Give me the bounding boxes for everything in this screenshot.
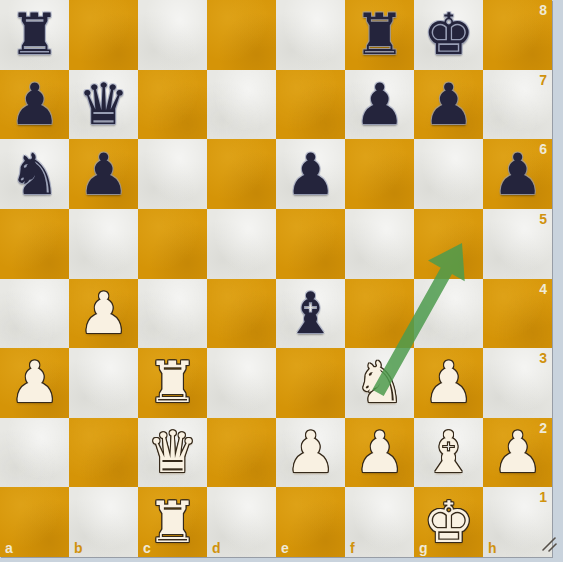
square-h5[interactable]: 5 bbox=[483, 209, 552, 279]
square-a8[interactable]: ♜ bbox=[0, 0, 69, 70]
black-pawn[interactable]: ♟ bbox=[414, 70, 483, 140]
square-e5[interactable] bbox=[276, 209, 345, 279]
file-label-b: b bbox=[74, 540, 83, 556]
black-pawn[interactable]: ♟ bbox=[276, 139, 345, 209]
square-b3[interactable] bbox=[69, 348, 138, 418]
square-h6[interactable]: ♟6 bbox=[483, 139, 552, 209]
square-b6[interactable]: ♟ bbox=[69, 139, 138, 209]
square-a1[interactable]: a bbox=[0, 487, 69, 557]
white-pawn[interactable]: ♟ bbox=[345, 418, 414, 488]
square-g8[interactable]: ♚ bbox=[414, 0, 483, 70]
square-a5[interactable] bbox=[0, 209, 69, 279]
rank-label-7: 7 bbox=[539, 72, 547, 88]
chess-board: ♜♜♚8♟♛♟♟7♞♟♟♟65♟♝4♟♜♞♟3♛♟♟♝♟2ab♜cdef♚g1h bbox=[0, 0, 552, 557]
black-rook[interactable]: ♜ bbox=[0, 0, 69, 70]
square-f8[interactable]: ♜ bbox=[345, 0, 414, 70]
square-d6[interactable] bbox=[207, 139, 276, 209]
white-rook[interactable]: ♜ bbox=[138, 348, 207, 418]
white-queen[interactable]: ♛ bbox=[138, 418, 207, 488]
square-g7[interactable]: ♟ bbox=[414, 70, 483, 140]
square-c7[interactable] bbox=[138, 70, 207, 140]
square-f5[interactable] bbox=[345, 209, 414, 279]
square-d2[interactable] bbox=[207, 418, 276, 488]
square-g6[interactable] bbox=[414, 139, 483, 209]
square-e1[interactable]: e bbox=[276, 487, 345, 557]
square-g1[interactable]: ♚g bbox=[414, 487, 483, 557]
square-f3[interactable]: ♞ bbox=[345, 348, 414, 418]
square-f7[interactable]: ♟ bbox=[345, 70, 414, 140]
square-h2[interactable]: ♟2 bbox=[483, 418, 552, 488]
square-e8[interactable] bbox=[276, 0, 345, 70]
square-c2[interactable]: ♛ bbox=[138, 418, 207, 488]
square-d4[interactable] bbox=[207, 279, 276, 349]
rank-label-6: 6 bbox=[539, 141, 547, 157]
black-pawn[interactable]: ♟ bbox=[69, 139, 138, 209]
black-knight[interactable]: ♞ bbox=[0, 139, 69, 209]
square-d5[interactable] bbox=[207, 209, 276, 279]
square-c6[interactable] bbox=[138, 139, 207, 209]
file-label-h: h bbox=[488, 540, 497, 556]
square-d1[interactable]: d bbox=[207, 487, 276, 557]
white-knight[interactable]: ♞ bbox=[345, 348, 414, 418]
square-e4[interactable]: ♝ bbox=[276, 279, 345, 349]
white-pawn[interactable]: ♟ bbox=[69, 279, 138, 349]
square-h4[interactable]: 4 bbox=[483, 279, 552, 349]
square-g4[interactable] bbox=[414, 279, 483, 349]
file-label-c: c bbox=[143, 540, 151, 556]
black-bishop[interactable]: ♝ bbox=[276, 279, 345, 349]
square-g2[interactable]: ♝ bbox=[414, 418, 483, 488]
black-queen[interactable]: ♛ bbox=[69, 70, 138, 140]
white-pawn[interactable]: ♟ bbox=[0, 348, 69, 418]
square-a4[interactable] bbox=[0, 279, 69, 349]
white-pawn[interactable]: ♟ bbox=[414, 348, 483, 418]
square-c1[interactable]: ♜c bbox=[138, 487, 207, 557]
black-rook[interactable]: ♜ bbox=[345, 0, 414, 70]
square-g3[interactable]: ♟ bbox=[414, 348, 483, 418]
file-label-d: d bbox=[212, 540, 221, 556]
square-b4[interactable]: ♟ bbox=[69, 279, 138, 349]
rank-label-8: 8 bbox=[539, 2, 547, 18]
rank-label-1: 1 bbox=[539, 489, 547, 505]
square-b1[interactable]: b bbox=[69, 487, 138, 557]
black-pawn[interactable]: ♟ bbox=[0, 70, 69, 140]
white-bishop[interactable]: ♝ bbox=[414, 418, 483, 488]
square-e2[interactable]: ♟ bbox=[276, 418, 345, 488]
square-c8[interactable] bbox=[138, 0, 207, 70]
square-f1[interactable]: f bbox=[345, 487, 414, 557]
square-e7[interactable] bbox=[276, 70, 345, 140]
square-b5[interactable] bbox=[69, 209, 138, 279]
file-label-a: a bbox=[5, 540, 13, 556]
square-d3[interactable] bbox=[207, 348, 276, 418]
black-king[interactable]: ♚ bbox=[414, 0, 483, 70]
square-e3[interactable] bbox=[276, 348, 345, 418]
square-a6[interactable]: ♞ bbox=[0, 139, 69, 209]
square-d8[interactable] bbox=[207, 0, 276, 70]
square-a7[interactable]: ♟ bbox=[0, 70, 69, 140]
square-g5[interactable] bbox=[414, 209, 483, 279]
rank-label-5: 5 bbox=[539, 211, 547, 227]
rank-label-3: 3 bbox=[539, 350, 547, 366]
resize-handle-icon[interactable] bbox=[540, 535, 558, 553]
square-h3[interactable]: 3 bbox=[483, 348, 552, 418]
file-label-e: e bbox=[281, 540, 289, 556]
white-pawn[interactable]: ♟ bbox=[276, 418, 345, 488]
square-c3[interactable]: ♜ bbox=[138, 348, 207, 418]
square-f4[interactable] bbox=[345, 279, 414, 349]
square-h8[interactable]: 8 bbox=[483, 0, 552, 70]
square-a2[interactable] bbox=[0, 418, 69, 488]
file-label-f: f bbox=[350, 540, 355, 556]
file-label-g: g bbox=[419, 540, 428, 556]
square-d7[interactable] bbox=[207, 70, 276, 140]
square-b2[interactable] bbox=[69, 418, 138, 488]
rank-label-4: 4 bbox=[539, 281, 547, 297]
rank-label-2: 2 bbox=[539, 420, 547, 436]
square-c5[interactable] bbox=[138, 209, 207, 279]
square-b8[interactable] bbox=[69, 0, 138, 70]
square-f2[interactable]: ♟ bbox=[345, 418, 414, 488]
page-background: ♜♜♚8♟♛♟♟7♞♟♟♟65♟♝4♟♜♞♟3♛♟♟♝♟2ab♜cdef♚g1h bbox=[0, 0, 563, 562]
square-h7[interactable]: 7 bbox=[483, 70, 552, 140]
square-a3[interactable]: ♟ bbox=[0, 348, 69, 418]
square-c4[interactable] bbox=[138, 279, 207, 349]
square-f6[interactable] bbox=[345, 139, 414, 209]
black-pawn[interactable]: ♟ bbox=[345, 70, 414, 140]
square-e6[interactable]: ♟ bbox=[276, 139, 345, 209]
square-b7[interactable]: ♛ bbox=[69, 70, 138, 140]
